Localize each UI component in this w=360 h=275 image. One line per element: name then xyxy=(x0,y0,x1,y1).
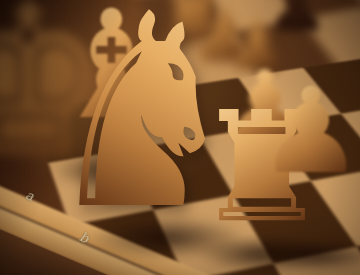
vignette-overlay xyxy=(0,0,360,275)
chess-closeup-photo: a b ♚ ♝ ♜ ♟ ♟ ♟ ♟ ♜ ♟ ♞ xyxy=(0,0,360,275)
